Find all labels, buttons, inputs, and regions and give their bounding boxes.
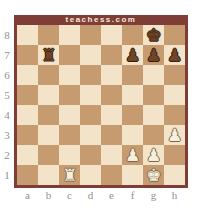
file-labels: abcdefgh: [17, 189, 185, 201]
square-g2: ♟: [143, 145, 164, 165]
square-e2: [101, 145, 122, 165]
file-label-d: d: [80, 189, 101, 201]
rank-labels: 87654321: [0, 25, 14, 185]
square-b2: [38, 145, 59, 165]
square-f6: [122, 65, 143, 85]
square-a7: [17, 45, 38, 65]
square-b3: [38, 125, 59, 145]
file-label-f: f: [122, 189, 143, 201]
square-g7: ♟: [143, 45, 164, 65]
square-d2: [80, 145, 101, 165]
square-a1: [17, 165, 38, 185]
square-a3: [17, 125, 38, 145]
square-g6: [143, 65, 164, 85]
square-b7: ♜: [38, 45, 59, 65]
square-d3: [80, 125, 101, 145]
black-king-g8: ♚: [143, 25, 164, 45]
white-king-g1: ♚: [143, 165, 164, 185]
square-f5: [122, 85, 143, 105]
white-rook-c1: ♜: [59, 165, 80, 185]
square-c5: [59, 85, 80, 105]
square-c4: [59, 105, 80, 125]
square-h8: [164, 25, 185, 45]
white-pawn-f2: ♟: [122, 145, 143, 165]
square-a8: [17, 25, 38, 45]
square-e5: [101, 85, 122, 105]
square-f4: [122, 105, 143, 125]
square-d7: [80, 45, 101, 65]
square-e8: [101, 25, 122, 45]
square-h1: [164, 165, 185, 185]
rank-label-4: 4: [0, 105, 14, 125]
square-h5: [164, 85, 185, 105]
square-d8: [80, 25, 101, 45]
black-pawn-f7: ♟: [122, 45, 143, 65]
file-label-b: b: [38, 189, 59, 201]
square-g4: [143, 105, 164, 125]
black-pawn-h7: ♟: [164, 45, 185, 65]
square-e4: [101, 105, 122, 125]
square-g3: [143, 125, 164, 145]
square-f3: [122, 125, 143, 145]
square-c1: ♜: [59, 165, 80, 185]
square-e1: [101, 165, 122, 185]
square-f2: ♟: [122, 145, 143, 165]
square-b4: [38, 105, 59, 125]
white-pawn-g2: ♟: [143, 145, 164, 165]
square-f8: [122, 25, 143, 45]
square-d6: [80, 65, 101, 85]
square-a5: [17, 85, 38, 105]
square-d1: [80, 165, 101, 185]
square-b5: [38, 85, 59, 105]
square-g1: ♚: [143, 165, 164, 185]
square-c3: [59, 125, 80, 145]
square-c7: [59, 45, 80, 65]
file-label-g: g: [143, 189, 164, 201]
square-g5: [143, 85, 164, 105]
square-a2: [17, 145, 38, 165]
square-h6: [164, 65, 185, 85]
black-rook-b7: ♜: [38, 45, 59, 65]
file-label-e: e: [101, 189, 122, 201]
square-h4: [164, 105, 185, 125]
square-c2: [59, 145, 80, 165]
rank-label-8: 8: [0, 25, 14, 45]
square-a4: [17, 105, 38, 125]
rank-label-6: 6: [0, 65, 14, 85]
square-f7: ♟: [122, 45, 143, 65]
chess-board: ♚♜♟♟♟♟♟♟♜♚: [17, 25, 185, 185]
square-b6: [38, 65, 59, 85]
file-label-c: c: [59, 189, 80, 201]
board-frame: teachess.com ♚♜♟♟♟♟♟♟♜♚: [14, 15, 188, 188]
square-g8: ♚: [143, 25, 164, 45]
square-h2: [164, 145, 185, 165]
rank-label-7: 7: [0, 45, 14, 65]
rank-label-5: 5: [0, 85, 14, 105]
square-e6: [101, 65, 122, 85]
square-b1: [38, 165, 59, 185]
chess-diagram: 87654321 teachess.com ♚♜♟♟♟♟♟♟♜♚ abcdefg…: [0, 0, 198, 212]
square-b8: [38, 25, 59, 45]
rank-label-1: 1: [0, 165, 14, 185]
site-banner: teachess.com: [17, 15, 185, 25]
square-d5: [80, 85, 101, 105]
square-f1: [122, 165, 143, 185]
white-pawn-h3: ♟: [164, 125, 185, 145]
square-e3: [101, 125, 122, 145]
square-e7: [101, 45, 122, 65]
rank-label-3: 3: [0, 125, 14, 145]
square-d4: [80, 105, 101, 125]
square-c8: [59, 25, 80, 45]
rank-label-2: 2: [0, 145, 14, 165]
square-h7: ♟: [164, 45, 185, 65]
square-c6: [59, 65, 80, 85]
black-pawn-g7: ♟: [143, 45, 164, 65]
file-label-a: a: [17, 189, 38, 201]
square-h3: ♟: [164, 125, 185, 145]
file-label-h: h: [164, 189, 185, 201]
square-a6: [17, 65, 38, 85]
